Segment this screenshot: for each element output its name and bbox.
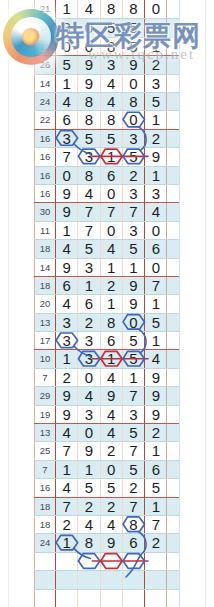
- digit-cell: 9: [123, 277, 145, 294]
- digit-cell: 1: [123, 369, 145, 386]
- digit-cell: 5: [145, 479, 167, 496]
- digit-cell: 7: [123, 387, 145, 404]
- digit-cell: 0: [123, 111, 145, 128]
- chart-row: 2579271: [34, 441, 180, 459]
- digit-cell: 7: [56, 148, 78, 165]
- digit-cell: 4: [145, 350, 167, 367]
- digit-cell: 2: [145, 130, 167, 147]
- chart-row: 2114880: [34, 0, 180, 18]
- chart-row: 1845456: [34, 239, 180, 257]
- digit-cell: 6: [56, 277, 78, 294]
- digit-cell: 1: [145, 498, 167, 515]
- chart-row: 1872271: [34, 497, 180, 515]
- digit-cell: [56, 571, 78, 588]
- sum-cell: 16: [34, 130, 56, 147]
- digit-cell: [101, 571, 123, 588]
- chart-row: 3097774: [34, 202, 180, 220]
- digit-cell: 6: [123, 534, 145, 551]
- digit-cell: 8: [78, 167, 100, 184]
- digit-cell: 9: [78, 75, 100, 92]
- digit-cell: 0: [123, 75, 145, 92]
- digit-cell: 3: [78, 350, 100, 367]
- sum-cell: 24: [34, 93, 56, 110]
- digit-cell: 5: [78, 479, 100, 496]
- digit-cell: [101, 590, 123, 607]
- digit-cell: 1: [123, 259, 145, 276]
- digit-cell: 2: [145, 424, 167, 441]
- chart-row: 1419403: [34, 74, 180, 92]
- chart-row: 2268801: [34, 110, 180, 128]
- digit-cell: 5: [145, 314, 167, 331]
- digit-cell: 0: [101, 185, 123, 202]
- digit-cell: 5: [101, 130, 123, 147]
- digit-cell: 0: [145, 259, 167, 276]
- digit-cell: 5: [145, 93, 167, 110]
- digit-cell: 9: [101, 387, 123, 404]
- digit-cell: 0: [101, 461, 123, 478]
- digit-cell: 8: [78, 93, 100, 110]
- digit-cell: 6: [101, 167, 123, 184]
- chart-row: 1332805: [34, 313, 180, 331]
- digit-cell: 5: [123, 240, 145, 257]
- digit-cell: 8: [123, 93, 145, 110]
- digit-cell: 1: [101, 350, 123, 367]
- digit-cell: 1: [56, 222, 78, 239]
- digit-cell: 5: [123, 424, 145, 441]
- sum-cell: 16: [34, 148, 56, 165]
- sum-cell: [34, 590, 56, 607]
- digit-cell: 4: [101, 75, 123, 92]
- digit-cell: 0: [145, 0, 167, 18]
- chart-row: [34, 552, 180, 570]
- digit-cell: 3: [78, 332, 100, 349]
- digit-cell: [145, 590, 167, 607]
- digit-cell: 4: [101, 406, 123, 423]
- digit-cell: [123, 590, 145, 607]
- digit-cell: 9: [145, 148, 167, 165]
- sum-cell: [34, 571, 56, 588]
- sum-cell: 7: [34, 461, 56, 478]
- digit-cell: 9: [123, 295, 145, 312]
- digit-cell: 1: [56, 75, 78, 92]
- digit-cell: 9: [56, 259, 78, 276]
- digit-cell: 7: [101, 203, 123, 220]
- chart-row: 720419: [34, 368, 180, 386]
- digit-cell: 5: [123, 332, 145, 349]
- digit-cell: 1: [101, 148, 123, 165]
- chart-row: 1824487: [34, 515, 180, 533]
- digit-cell: 7: [56, 498, 78, 515]
- digit-cell: 8: [78, 111, 100, 128]
- digit-cell: 7: [123, 498, 145, 515]
- sum-cell: [34, 553, 56, 570]
- digit-cell: 5: [123, 350, 145, 367]
- page-left-guideline: [8, 0, 9, 607]
- chart-row: 2418962: [34, 533, 180, 551]
- digit-cell: 0: [78, 424, 100, 441]
- digit-cell: 4: [56, 295, 78, 312]
- chart-row: 1645525: [34, 478, 180, 496]
- chart-row: 1340452: [34, 423, 180, 441]
- sum-cell: 18: [34, 516, 56, 533]
- digit-cell: 1: [56, 0, 78, 18]
- sum-cell: 22: [34, 111, 56, 128]
- digit-cell: 2: [101, 277, 123, 294]
- sum-cell: 7: [34, 369, 56, 386]
- digit-cell: 2: [78, 314, 100, 331]
- digit-cell: [78, 590, 100, 607]
- sum-cell: 20: [34, 295, 56, 312]
- chart-row: 1673159: [34, 147, 180, 165]
- digit-cell: 8: [123, 0, 145, 18]
- digit-cell: 6: [56, 111, 78, 128]
- chart-row: 1635532: [34, 129, 180, 147]
- digit-cell: 5: [123, 461, 145, 478]
- digit-cell: [56, 553, 78, 570]
- digit-cell: 2: [56, 516, 78, 533]
- digit-cell: 4: [56, 424, 78, 441]
- sum-cell: 10: [34, 350, 56, 367]
- digit-cell: 6: [145, 240, 167, 257]
- digit-cell: 7: [145, 516, 167, 533]
- chart-row: 2046191: [34, 294, 180, 312]
- digit-cell: 1: [145, 442, 167, 459]
- digit-cell: 7: [78, 222, 100, 239]
- digit-cell: 3: [78, 406, 100, 423]
- digit-cell: 5: [56, 56, 78, 73]
- sum-cell: 18: [34, 240, 56, 257]
- digit-cell: 4: [56, 479, 78, 496]
- digit-cell: 1: [56, 350, 78, 367]
- digit-cell: 3: [123, 406, 145, 423]
- sum-cell: 16: [34, 479, 56, 496]
- digit-cell: 3: [123, 130, 145, 147]
- sum-cell: 18: [34, 498, 56, 515]
- digit-cell: 7: [78, 203, 100, 220]
- digit-cell: 2: [78, 498, 100, 515]
- sum-cell: 13: [34, 424, 56, 441]
- chart-row: 1733651: [34, 331, 180, 349]
- digit-cell: 4: [78, 516, 100, 533]
- sum-cell: 25: [34, 442, 56, 459]
- digit-cell: 9: [56, 203, 78, 220]
- sum-cell: 14: [34, 259, 56, 276]
- sum-cell: 16: [34, 185, 56, 202]
- digit-cell: 4: [145, 203, 167, 220]
- digit-cell: 1: [78, 461, 100, 478]
- sum-cell: 11: [34, 222, 56, 239]
- sum-cell: 13: [34, 314, 56, 331]
- digit-cell: 1: [145, 295, 167, 312]
- digit-cell: 5: [78, 240, 100, 257]
- digit-cell: 2: [123, 167, 145, 184]
- chart-row: 1861297: [34, 276, 180, 294]
- digit-cell: 4: [78, 387, 100, 404]
- digit-cell: 9: [56, 185, 78, 202]
- digit-cell: [145, 553, 167, 570]
- digit-cell: 6: [145, 461, 167, 478]
- digit-cell: 0: [145, 222, 167, 239]
- sum-cell: 16: [34, 167, 56, 184]
- digit-cell: 3: [78, 148, 100, 165]
- watermark-swirl-logo-icon: [3, 9, 59, 65]
- chart-row: [34, 589, 180, 607]
- digit-cell: 4: [101, 93, 123, 110]
- chart-row: [34, 570, 180, 588]
- digit-cell: 8: [123, 516, 145, 533]
- lottery-trend-chart: 2114880188055813008512659392141940324484…: [0, 0, 214, 607]
- digit-cell: 8: [101, 0, 123, 18]
- digit-cell: 9: [145, 406, 167, 423]
- chart-row: 1013154: [34, 349, 180, 367]
- digit-cell: 3: [56, 130, 78, 147]
- chart-row: 711056: [34, 460, 180, 478]
- chart-row: 1493110: [34, 258, 180, 276]
- digit-cell: 4: [56, 93, 78, 110]
- digit-cell: 9: [56, 406, 78, 423]
- digit-cell: 4: [101, 369, 123, 386]
- digit-cell: 9: [101, 534, 123, 551]
- digit-cell: 2: [101, 498, 123, 515]
- chart-row: 1117030: [34, 221, 180, 239]
- digit-cell: 4: [56, 240, 78, 257]
- digit-cell: 1: [56, 461, 78, 478]
- digit-cell: [78, 571, 100, 588]
- digit-cell: 7: [56, 442, 78, 459]
- digit-cell: 5: [123, 148, 145, 165]
- digit-cell: [123, 571, 145, 588]
- sum-cell: 19: [34, 406, 56, 423]
- digit-cell: 5: [101, 479, 123, 496]
- digit-cell: 8: [101, 314, 123, 331]
- digit-cell: [78, 553, 100, 570]
- digit-cell: 4: [101, 424, 123, 441]
- digit-cell: 8: [78, 534, 100, 551]
- page-right-guideline: [205, 0, 206, 607]
- digit-cell: [56, 590, 78, 607]
- digit-cell: 9: [145, 369, 167, 386]
- digit-cell: 1: [101, 259, 123, 276]
- digit-cell: 0: [78, 369, 100, 386]
- chart-row: 1608621: [34, 166, 180, 184]
- digit-cell: 0: [123, 314, 145, 331]
- digit-cell: 4: [78, 0, 100, 18]
- digit-cell: [145, 571, 167, 588]
- digit-cell: [123, 553, 145, 570]
- digit-cell: 3: [56, 314, 78, 331]
- digit-cell: 4: [78, 185, 100, 202]
- sum-cell: 29: [34, 387, 56, 404]
- digit-cell: 7: [145, 277, 167, 294]
- digit-cell: 1: [145, 332, 167, 349]
- digit-cell: 1: [56, 534, 78, 551]
- digit-cell: 3: [123, 222, 145, 239]
- digit-cell: 1: [101, 295, 123, 312]
- digit-cell: 3: [56, 332, 78, 349]
- digit-cell: 4: [101, 516, 123, 533]
- digit-cell: 6: [101, 332, 123, 349]
- digit-cell: 3: [78, 259, 100, 276]
- digit-cell: 3: [123, 185, 145, 202]
- digit-cell: 0: [101, 222, 123, 239]
- digit-cell: [101, 553, 123, 570]
- digit-cell: 1: [145, 111, 167, 128]
- digit-cell: 4: [101, 240, 123, 257]
- digit-cell: 6: [78, 295, 100, 312]
- digit-cell: 9: [78, 442, 100, 459]
- digit-cell: 9: [56, 387, 78, 404]
- digit-cell: 0: [56, 167, 78, 184]
- digit-cell: 8: [101, 111, 123, 128]
- digit-cell: 2: [56, 369, 78, 386]
- chart-row: 1993439: [34, 405, 180, 423]
- chart-row: 2994979: [34, 386, 180, 404]
- digit-cell: 3: [145, 185, 167, 202]
- watermark-url: www.tqcp.net: [88, 46, 195, 63]
- sum-cell: 24: [34, 534, 56, 551]
- digit-cell: 2: [145, 534, 167, 551]
- digit-cell: 2: [101, 442, 123, 459]
- digit-cell: 7: [123, 442, 145, 459]
- chart-row: 2448485: [34, 92, 180, 110]
- sum-cell: 30: [34, 203, 56, 220]
- sum-cell: 17: [34, 332, 56, 349]
- chart-row: 1694033: [34, 184, 180, 202]
- digit-cell: 1: [78, 277, 100, 294]
- digit-cell: 1: [145, 167, 167, 184]
- sum-cell: 18: [34, 277, 56, 294]
- digit-cell: 7: [123, 203, 145, 220]
- sum-cell: 14: [34, 75, 56, 92]
- digit-cell: 2: [123, 479, 145, 496]
- stripe-end-guideline: [179, 0, 180, 607]
- digit-cell: 9: [145, 387, 167, 404]
- digit-cell: 5: [78, 130, 100, 147]
- digit-cell: 3: [145, 75, 167, 92]
